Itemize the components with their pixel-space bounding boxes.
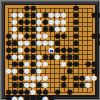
board-point[interactable] [97, 75, 100, 82]
last-move-marker [50, 50, 53, 53]
board-point[interactable] [97, 96, 100, 100]
board-point[interactable] [97, 82, 100, 89]
board-point[interactable] [97, 19, 100, 26]
board-point[interactable] [97, 61, 100, 68]
black-stone: ● [97, 40, 100, 47]
board-frame: ●●●●●●●●●●●●●●●●●●●●●●●●●●●●●●●●●●●●●●●●… [1, 1, 99, 99]
board-point[interactable] [97, 68, 100, 75]
board-point[interactable]: ● [97, 12, 100, 19]
board-point[interactable] [97, 47, 100, 54]
board-point[interactable]: ● [97, 40, 100, 47]
screenshot-root: ●●●●●●●●●●●●●●●●●●●●●●●●●●●●●●●●●●●●●●●●… [0, 0, 100, 100]
go-board[interactable]: ●●●●●●●●●●●●●●●●●●●●●●●●●●●●●●●●●●●●●●●●… [4, 4, 96, 96]
board-point[interactable] [97, 89, 100, 96]
intersections-layer: ●●●●●●●●●●●●●●●●●●●●●●●●●●●●●●●●●●●●●●●●… [5, 5, 94, 94]
black-stone: ● [97, 12, 100, 19]
board-point[interactable] [97, 54, 100, 61]
